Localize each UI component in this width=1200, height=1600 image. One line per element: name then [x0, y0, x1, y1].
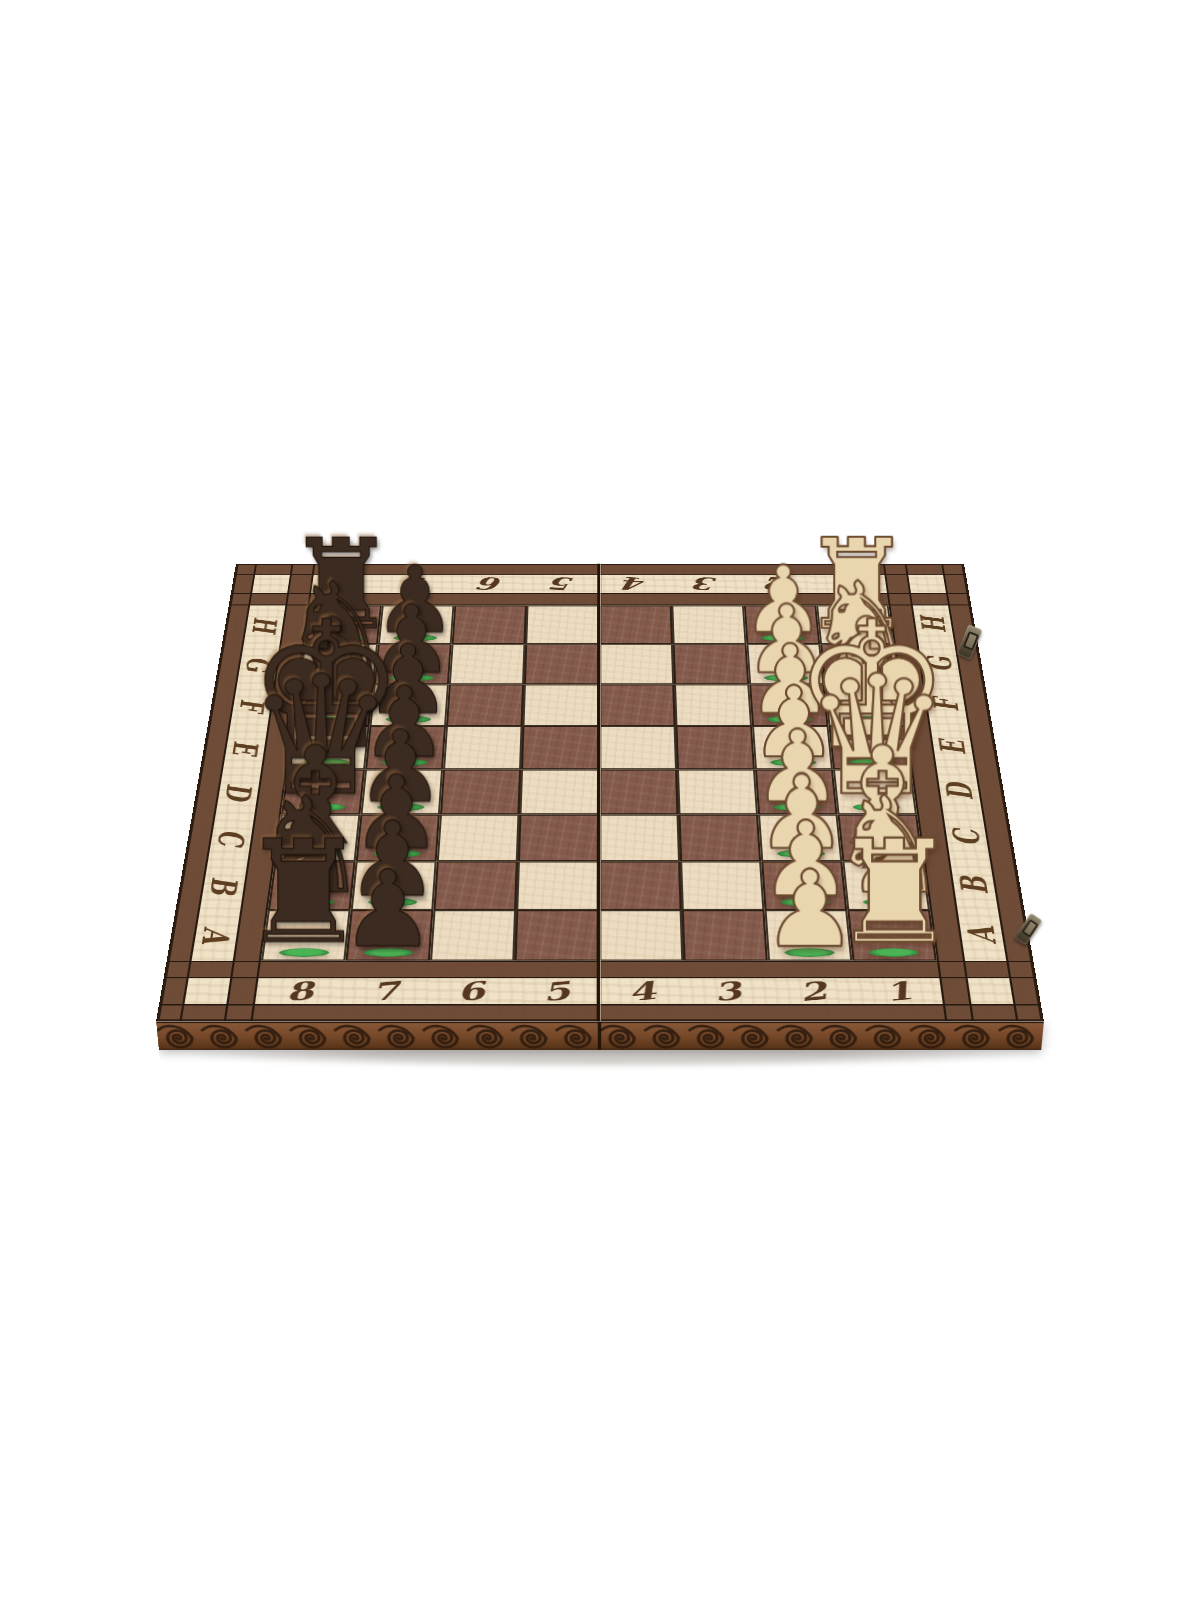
- felt-base: [764, 674, 809, 681]
- square-f6: [446, 684, 524, 726]
- square-f1: ♝: [824, 684, 905, 726]
- square-d8: ♛: [281, 769, 365, 814]
- coord-label-a: A: [959, 927, 1005, 944]
- square-g8: ♞: [299, 644, 378, 684]
- square-e2: ♟: [752, 726, 833, 769]
- square-h6: [452, 605, 527, 644]
- felt-base: [839, 674, 884, 681]
- felt-base: [363, 948, 413, 957]
- felt-base: [320, 635, 364, 642]
- felt-base: [863, 898, 913, 906]
- felt-base: [381, 759, 427, 766]
- felt-base: [868, 948, 919, 957]
- coord-label-6: 6: [455, 976, 487, 1007]
- square-f2: ♟: [749, 684, 828, 726]
- square-d4: [599, 769, 679, 814]
- coord-label-5: 5: [540, 976, 573, 1007]
- square-d7: ♟: [360, 769, 443, 814]
- coord-label-7: 7: [369, 976, 400, 1007]
- felt-base: [292, 850, 341, 858]
- coord-label-e: E: [932, 740, 974, 754]
- square-d6: [440, 769, 521, 814]
- coord-label-a: A: [193, 927, 239, 944]
- square-d5: [519, 769, 599, 814]
- square-h7: ♟: [378, 605, 454, 644]
- board-fold-seam: [597, 564, 603, 1022]
- square-c7: ♟: [356, 814, 440, 861]
- coord-label-3: 3: [710, 976, 745, 1007]
- square-g1: ♞: [820, 644, 899, 684]
- square-g5: [524, 644, 599, 684]
- felt-base: [315, 674, 360, 681]
- coord-label-f: F: [926, 699, 967, 712]
- square-f4: [599, 684, 676, 726]
- square-e4: [599, 726, 677, 769]
- square-a4: [599, 910, 684, 961]
- square-h3: [671, 605, 746, 644]
- square-c1: ♝: [838, 814, 924, 861]
- square-f7: ♟: [370, 684, 449, 726]
- chess-board: ♜♟♟♜♞♟♟♞♝♟♟♝♚♟♟♚♛♟♟♛♝♟♟♝♞♟♟♞♜♟♟♜ HGFEDCB…: [156, 564, 1044, 1022]
- felt-base: [368, 898, 417, 906]
- felt-base: [309, 716, 355, 723]
- coord-label-b: B: [201, 876, 246, 894]
- felt-base: [386, 716, 432, 723]
- coord-label-c: C: [945, 830, 989, 846]
- square-b7: ♟: [351, 861, 437, 910]
- square-a8: ♜: [261, 910, 351, 961]
- coord-label-8: 8: [284, 976, 315, 1007]
- coord-label-1: 1: [880, 976, 917, 1007]
- square-b1: ♞: [842, 861, 930, 910]
- felt-base: [767, 716, 813, 723]
- square-c2: ♟: [758, 814, 842, 861]
- square-d3: [677, 769, 758, 814]
- felt-base: [784, 948, 834, 957]
- square-a2: ♟: [764, 910, 852, 961]
- square-g7: ♟: [374, 644, 452, 684]
- felt-base: [285, 898, 335, 906]
- coord-label-7: 7: [406, 573, 435, 594]
- square-e7: ♟: [365, 726, 446, 769]
- square-d2: ♟: [755, 769, 838, 814]
- square-a7: ♟: [345, 910, 433, 961]
- square-e3: [676, 726, 755, 769]
- square-b2: ♟: [761, 861, 847, 910]
- felt-base: [377, 803, 424, 811]
- felt-base: [777, 850, 825, 858]
- square-e5: [521, 726, 599, 769]
- coord-label-g: G: [919, 657, 959, 672]
- square-f3: [674, 684, 752, 726]
- coord-label-d: D: [938, 783, 981, 800]
- front-edge-seam: [598, 1021, 601, 1049]
- square-c5: [518, 814, 599, 861]
- coord-label-g: G: [238, 657, 278, 672]
- coord-label-6: 6: [478, 573, 506, 594]
- felt-base: [304, 759, 351, 766]
- square-f8: ♝: [293, 684, 374, 726]
- coord-label-h: H: [245, 617, 285, 633]
- coord-label-2: 2: [795, 976, 831, 1007]
- coord-label-4: 4: [625, 976, 659, 1007]
- felt-base: [848, 759, 895, 766]
- square-a5: [514, 910, 599, 961]
- square-g2: ♟: [746, 644, 824, 684]
- square-c3: [678, 814, 761, 861]
- coord-label-h: H: [913, 617, 953, 633]
- square-a1: ♜: [847, 910, 937, 961]
- coord-label-1: 1: [837, 573, 862, 594]
- felt-base: [298, 803, 346, 811]
- felt-base: [770, 759, 816, 766]
- square-h2: ♟: [744, 605, 820, 644]
- square-h5: [525, 605, 599, 644]
- felt-base: [389, 674, 434, 681]
- square-e6: [443, 726, 522, 769]
- scene: ♜♟♟♜♞♟♟♞♝♟♟♝♚♟♟♚♛♟♟♛♝♟♟♝♞♟♟♞♜♟♟♜ HGFEDCB…: [200, 370, 1000, 1170]
- chess-set-photo: ♜♟♟♜♞♟♟♞♝♟♟♝♚♟♟♚♛♟♟♛♝♟♟♝♞♟♟♞♜♟♟♜ HGFEDCB…: [0, 0, 1200, 1600]
- square-e8: ♚: [287, 726, 369, 769]
- coord-label-5: 5: [550, 573, 577, 594]
- felt-base: [853, 803, 901, 811]
- coord-label-f: F: [232, 699, 273, 712]
- coord-label-b: B: [952, 876, 997, 894]
- felt-base: [761, 635, 805, 642]
- felt-base: [843, 716, 889, 723]
- felt-base: [393, 635, 437, 642]
- square-g4: [599, 644, 674, 684]
- coord-label-4: 4: [622, 573, 649, 594]
- coord-label-8: 8: [334, 573, 363, 594]
- coord-label-c: C: [209, 830, 253, 846]
- felt-base: [834, 635, 878, 642]
- square-g3: [673, 644, 749, 684]
- square-b5: [516, 861, 599, 910]
- square-g6: [449, 644, 525, 684]
- square-d1: ♛: [833, 769, 917, 814]
- coord-label-e: E: [225, 740, 267, 754]
- square-a3: [682, 910, 768, 961]
- felt-base: [773, 803, 820, 811]
- square-c8: ♝: [275, 814, 361, 861]
- felt-base: [373, 850, 421, 858]
- square-b8: ♞: [268, 861, 356, 910]
- square-h8: ♜: [304, 605, 382, 644]
- coord-label-d: D: [217, 783, 260, 800]
- felt-base: [858, 850, 907, 858]
- square-h4: [599, 605, 673, 644]
- square-b4: [599, 861, 682, 910]
- square-c4: [599, 814, 680, 861]
- felt-base: [279, 948, 330, 957]
- square-h1: ♜: [816, 605, 894, 644]
- board-surface: ♜♟♟♜♞♟♟♞♝♟♟♝♚♟♟♚♛♟♟♛♝♟♟♝♞♟♟♞♜♟♟♜ HGFEDCB…: [156, 564, 1044, 1022]
- coord-label-2: 2: [765, 573, 790, 594]
- felt-base: [781, 898, 830, 906]
- coord-label-3: 3: [694, 573, 720, 594]
- square-e1: ♚: [829, 726, 911, 769]
- board-front-edge: [156, 1021, 1044, 1049]
- square-f5: [523, 684, 600, 726]
- square-b6: [433, 861, 517, 910]
- square-a6: [430, 910, 516, 961]
- square-c6: [437, 814, 520, 861]
- square-b3: [680, 861, 764, 910]
